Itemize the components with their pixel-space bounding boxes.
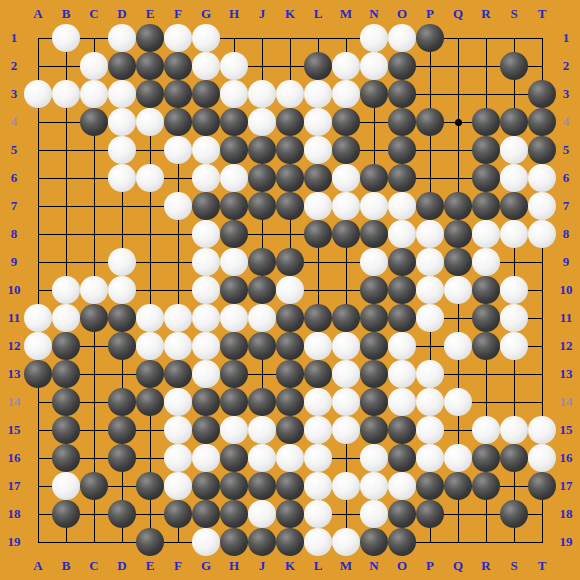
stone-white — [332, 360, 360, 388]
stone-black — [304, 164, 332, 192]
stone-black — [444, 248, 472, 276]
stone-black — [276, 388, 304, 416]
stone-white — [304, 80, 332, 108]
stone-black — [332, 220, 360, 248]
stone-white — [276, 80, 304, 108]
stone-white — [192, 52, 220, 80]
stone-black — [360, 528, 388, 556]
stone-black — [360, 276, 388, 304]
stone-white — [192, 304, 220, 332]
stone-black — [136, 528, 164, 556]
stone-white — [80, 52, 108, 80]
stone-white — [360, 500, 388, 528]
stone-black — [220, 192, 248, 220]
col-label-top: A — [24, 1, 52, 27]
stone-white — [80, 80, 108, 108]
col-label-bottom: L — [304, 553, 332, 579]
stone-black — [360, 416, 388, 444]
col-label-bottom: R — [472, 553, 500, 579]
stone-black — [136, 360, 164, 388]
stone-white — [332, 52, 360, 80]
stone-black — [276, 304, 304, 332]
stone-black — [528, 108, 556, 136]
stone-white — [304, 388, 332, 416]
stone-black — [192, 472, 220, 500]
stone-white — [24, 332, 52, 360]
stone-white — [248, 80, 276, 108]
stone-black — [164, 500, 192, 528]
stone-black — [136, 388, 164, 416]
stone-white — [24, 80, 52, 108]
stone-white — [360, 248, 388, 276]
stone-black — [108, 500, 136, 528]
stone-white — [192, 528, 220, 556]
row-label-left: 8 — [0, 221, 28, 247]
row-label-right: 16 — [552, 445, 580, 471]
stone-white — [332, 416, 360, 444]
stone-white — [164, 388, 192, 416]
stone-black — [220, 528, 248, 556]
stone-white — [108, 276, 136, 304]
stone-black — [108, 388, 136, 416]
stone-white — [164, 416, 192, 444]
stone-white — [472, 416, 500, 444]
stone-white — [136, 332, 164, 360]
stone-white — [164, 24, 192, 52]
stone-black — [136, 472, 164, 500]
row-label-right: 13 — [552, 361, 580, 387]
col-label-bottom: M — [332, 553, 360, 579]
row-label-right: 17 — [552, 473, 580, 499]
stone-white — [164, 304, 192, 332]
stone-black — [24, 360, 52, 388]
col-label-bottom: A — [24, 553, 52, 579]
stone-black — [192, 500, 220, 528]
stone-black — [248, 192, 276, 220]
stone-white — [388, 360, 416, 388]
stone-black — [360, 360, 388, 388]
stone-black — [528, 472, 556, 500]
stone-black — [360, 164, 388, 192]
stone-white — [500, 220, 528, 248]
stone-white — [332, 164, 360, 192]
stone-black — [164, 80, 192, 108]
stone-black — [108, 444, 136, 472]
stone-black — [220, 388, 248, 416]
stone-black — [388, 444, 416, 472]
stone-white — [444, 388, 472, 416]
stone-black — [220, 360, 248, 388]
row-label-left: 4 — [0, 109, 28, 135]
stone-black — [248, 248, 276, 276]
row-label-left: 17 — [0, 473, 28, 499]
stone-white — [332, 388, 360, 416]
stone-black — [304, 220, 332, 248]
row-label-right: 14 — [552, 389, 580, 415]
stone-white — [500, 164, 528, 192]
stone-black — [276, 472, 304, 500]
col-label-bottom: B — [52, 553, 80, 579]
stone-white — [192, 276, 220, 304]
stone-white — [192, 444, 220, 472]
stone-black — [192, 192, 220, 220]
stone-black — [52, 500, 80, 528]
col-label-top: T — [528, 1, 556, 27]
stone-black — [220, 220, 248, 248]
stone-white — [52, 24, 80, 52]
stone-white — [108, 248, 136, 276]
stone-black — [192, 416, 220, 444]
row-label-left: 2 — [0, 53, 28, 79]
stone-black — [108, 304, 136, 332]
stone-white — [444, 332, 472, 360]
stone-black — [52, 332, 80, 360]
stone-white — [304, 108, 332, 136]
stone-white — [500, 136, 528, 164]
stone-black — [248, 472, 276, 500]
stone-black — [164, 52, 192, 80]
stone-white — [416, 360, 444, 388]
stone-black — [388, 108, 416, 136]
stone-black — [472, 136, 500, 164]
stone-black — [472, 108, 500, 136]
stone-black — [108, 416, 136, 444]
go-board[interactable]: AABBCCDDEEFFGGHHJJKKLLMMNNOOPPQQRRSSTT11… — [0, 0, 580, 580]
stone-white — [108, 164, 136, 192]
stone-black — [220, 500, 248, 528]
stone-white — [192, 220, 220, 248]
stone-black — [220, 444, 248, 472]
stone-white — [192, 24, 220, 52]
row-label-left: 16 — [0, 445, 28, 471]
stone-black — [360, 388, 388, 416]
stone-white — [360, 192, 388, 220]
stone-white — [304, 472, 332, 500]
col-label-bottom: C — [80, 553, 108, 579]
stone-black — [388, 500, 416, 528]
col-label-top: S — [500, 1, 528, 27]
stone-black — [388, 248, 416, 276]
stone-black — [500, 500, 528, 528]
stone-black — [248, 136, 276, 164]
col-label-top: H — [220, 1, 248, 27]
stone-black — [276, 248, 304, 276]
row-label-right: 19 — [552, 529, 580, 555]
stone-black — [304, 304, 332, 332]
row-label-left: 14 — [0, 389, 28, 415]
stone-white — [52, 276, 80, 304]
stone-white — [192, 332, 220, 360]
stone-black — [80, 108, 108, 136]
stone-white — [24, 304, 52, 332]
row-label-left: 10 — [0, 277, 28, 303]
col-label-top: R — [472, 1, 500, 27]
stone-white — [276, 444, 304, 472]
stone-white — [304, 528, 332, 556]
stone-white — [108, 136, 136, 164]
stone-black — [108, 52, 136, 80]
row-label-right: 1 — [552, 25, 580, 51]
stone-black — [276, 360, 304, 388]
stone-white — [388, 220, 416, 248]
stone-black — [164, 360, 192, 388]
col-label-top: K — [276, 1, 304, 27]
stone-black — [52, 388, 80, 416]
stone-white — [528, 192, 556, 220]
stone-black — [332, 304, 360, 332]
stone-black — [136, 80, 164, 108]
stone-white — [332, 472, 360, 500]
stone-white — [108, 24, 136, 52]
stone-white — [164, 472, 192, 500]
stone-white — [472, 220, 500, 248]
stone-white — [52, 304, 80, 332]
stone-white — [472, 248, 500, 276]
stone-white — [276, 276, 304, 304]
row-label-right: 11 — [552, 305, 580, 331]
stone-white — [416, 276, 444, 304]
col-label-bottom: Q — [444, 553, 472, 579]
stone-white — [220, 52, 248, 80]
stone-black — [248, 276, 276, 304]
stone-black — [304, 360, 332, 388]
row-label-right: 4 — [552, 109, 580, 135]
stone-black — [52, 416, 80, 444]
stone-black — [472, 444, 500, 472]
stone-black — [416, 24, 444, 52]
row-label-left: 19 — [0, 529, 28, 555]
stone-white — [220, 164, 248, 192]
stone-white — [108, 80, 136, 108]
row-label-right: 8 — [552, 221, 580, 247]
stone-black — [248, 332, 276, 360]
row-label-right: 6 — [552, 165, 580, 191]
stone-black — [220, 472, 248, 500]
stone-white — [164, 444, 192, 472]
stone-black — [220, 332, 248, 360]
col-label-bottom: T — [528, 553, 556, 579]
stone-white — [500, 304, 528, 332]
row-label-left: 1 — [0, 25, 28, 51]
stone-black — [444, 192, 472, 220]
stone-black — [192, 388, 220, 416]
stone-white — [360, 52, 388, 80]
stone-black — [276, 528, 304, 556]
stone-black — [304, 52, 332, 80]
stone-white — [500, 416, 528, 444]
stone-white — [332, 528, 360, 556]
stone-white — [416, 416, 444, 444]
stone-black — [388, 304, 416, 332]
stone-white — [360, 472, 388, 500]
row-label-left: 9 — [0, 249, 28, 275]
stone-white — [220, 80, 248, 108]
stone-white — [360, 24, 388, 52]
stone-black — [220, 276, 248, 304]
row-label-left: 18 — [0, 501, 28, 527]
stone-black — [360, 80, 388, 108]
stone-white — [248, 500, 276, 528]
stone-black — [500, 444, 528, 472]
stone-black — [192, 80, 220, 108]
stone-white — [220, 248, 248, 276]
stone-white — [500, 276, 528, 304]
stone-black — [472, 304, 500, 332]
stone-black — [52, 444, 80, 472]
stone-white — [500, 332, 528, 360]
stone-white — [416, 304, 444, 332]
stone-white — [164, 192, 192, 220]
stone-black — [388, 80, 416, 108]
stone-white — [388, 332, 416, 360]
row-label-right: 15 — [552, 417, 580, 443]
stone-black — [192, 108, 220, 136]
stone-white — [164, 332, 192, 360]
stone-black — [528, 136, 556, 164]
stone-black — [220, 136, 248, 164]
stone-white — [360, 444, 388, 472]
stone-white — [416, 444, 444, 472]
stone-white — [108, 108, 136, 136]
row-label-left: 5 — [0, 137, 28, 163]
stone-white — [192, 360, 220, 388]
col-label-bottom: G — [192, 553, 220, 579]
stone-black — [416, 108, 444, 136]
stone-black — [136, 52, 164, 80]
stone-black — [220, 108, 248, 136]
stone-white — [220, 304, 248, 332]
stone-white — [192, 248, 220, 276]
col-label-bottom: O — [388, 553, 416, 579]
stone-white — [192, 136, 220, 164]
stone-white — [304, 444, 332, 472]
col-label-bottom: D — [108, 553, 136, 579]
stone-white — [332, 192, 360, 220]
stone-white — [136, 304, 164, 332]
stone-white — [304, 416, 332, 444]
col-label-top: Q — [444, 1, 472, 27]
stone-white — [248, 108, 276, 136]
stone-white — [304, 500, 332, 528]
row-label-right: 3 — [552, 81, 580, 107]
stone-black — [276, 108, 304, 136]
stone-black — [108, 332, 136, 360]
col-label-bottom: N — [360, 553, 388, 579]
stone-white — [388, 472, 416, 500]
row-label-right: 9 — [552, 249, 580, 275]
stone-black — [472, 472, 500, 500]
col-label-top: M — [332, 1, 360, 27]
stone-black — [332, 108, 360, 136]
stone-black — [276, 136, 304, 164]
stone-black — [388, 528, 416, 556]
stone-black — [276, 332, 304, 360]
stone-black — [276, 192, 304, 220]
stone-black — [248, 164, 276, 192]
stone-white — [528, 444, 556, 472]
stone-black — [276, 416, 304, 444]
stone-black — [52, 360, 80, 388]
stone-black — [248, 388, 276, 416]
stone-white — [220, 416, 248, 444]
stone-white — [248, 304, 276, 332]
stone-black — [444, 220, 472, 248]
stone-white — [388, 388, 416, 416]
stone-black — [248, 528, 276, 556]
stone-white — [52, 472, 80, 500]
stone-black — [360, 332, 388, 360]
stone-black — [388, 276, 416, 304]
stone-white — [52, 80, 80, 108]
stone-white — [416, 248, 444, 276]
stone-black — [472, 164, 500, 192]
stone-white — [388, 24, 416, 52]
stone-black — [388, 136, 416, 164]
row-label-right: 2 — [552, 53, 580, 79]
stone-white — [528, 416, 556, 444]
stone-white — [80, 276, 108, 304]
stone-black — [528, 80, 556, 108]
col-label-bottom: E — [136, 553, 164, 579]
stone-white — [304, 332, 332, 360]
stone-black — [388, 52, 416, 80]
stone-black — [136, 24, 164, 52]
stone-white — [304, 136, 332, 164]
stone-white — [164, 136, 192, 164]
col-label-top: C — [80, 1, 108, 27]
stone-white — [332, 332, 360, 360]
col-label-bottom: K — [276, 553, 304, 579]
row-label-right: 5 — [552, 137, 580, 163]
stone-white — [416, 220, 444, 248]
col-label-top: L — [304, 1, 332, 27]
stone-black — [388, 416, 416, 444]
stone-black — [360, 304, 388, 332]
col-label-bottom: J — [248, 553, 276, 579]
stone-black — [472, 192, 500, 220]
stone-white — [304, 192, 332, 220]
col-label-top: J — [248, 1, 276, 27]
row-label-left: 15 — [0, 417, 28, 443]
stone-black — [500, 108, 528, 136]
stone-white — [444, 276, 472, 304]
stone-black — [500, 192, 528, 220]
stone-black — [80, 472, 108, 500]
stone-white — [528, 164, 556, 192]
row-label-left: 6 — [0, 165, 28, 191]
row-label-left: 7 — [0, 193, 28, 219]
stone-black — [80, 304, 108, 332]
star-point — [455, 119, 462, 126]
stone-black — [444, 472, 472, 500]
stone-white — [248, 444, 276, 472]
stone-white — [192, 164, 220, 192]
stone-black — [276, 500, 304, 528]
stone-white — [388, 192, 416, 220]
stone-black — [472, 276, 500, 304]
stone-black — [276, 164, 304, 192]
stone-white — [416, 388, 444, 416]
stone-white — [136, 108, 164, 136]
stone-black — [472, 332, 500, 360]
stone-black — [416, 500, 444, 528]
stone-black — [388, 164, 416, 192]
stone-white — [444, 444, 472, 472]
col-label-bottom: H — [220, 553, 248, 579]
stone-black — [416, 192, 444, 220]
stone-white — [332, 80, 360, 108]
stone-white — [136, 164, 164, 192]
